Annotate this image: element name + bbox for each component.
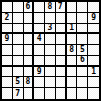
cell-r1c8[interactable] [77,2,88,13]
sudoku-board: 68729319485691587 [0,0,101,101]
cell-r8c9[interactable] [88,77,99,88]
cell-r2c9[interactable]: 9 [88,13,99,24]
cell-r1c9[interactable] [88,2,99,13]
cell-r6c2[interactable] [13,56,24,67]
cell-r1c4[interactable] [34,2,45,13]
cell-r2c5[interactable] [45,13,56,24]
cell-r9c3[interactable] [24,88,35,99]
cell-r2c2[interactable] [13,13,24,24]
cell-r5c9[interactable] [88,45,99,56]
cell-r8c7[interactable] [67,77,78,88]
cell-r4c8[interactable] [77,34,88,45]
cell-r4c1[interactable]: 9 [2,34,13,45]
cell-r4c3[interactable] [24,34,35,45]
cell-r4c5[interactable] [45,34,56,45]
cell-r3c3[interactable] [24,24,35,35]
cell-r9c4[interactable] [34,88,45,99]
cell-r6c1[interactable] [2,56,13,67]
cell-r2c8[interactable] [77,13,88,24]
cell-r3c7[interactable]: 1 [67,24,78,35]
cell-r2c6[interactable] [56,13,67,24]
cell-r9c9[interactable] [88,88,99,99]
cell-r3c4[interactable] [34,24,45,35]
cell-r7c5[interactable] [45,67,56,78]
cell-r6c9[interactable] [88,56,99,67]
cell-r2c4[interactable] [34,13,45,24]
cell-r7c7[interactable] [67,67,78,78]
cell-r1c5[interactable]: 8 [45,2,56,13]
cell-r7c8[interactable] [77,67,88,78]
cell-r8c6[interactable] [56,77,67,88]
cell-r3c2[interactable] [13,24,24,35]
cell-r5c6[interactable] [56,45,67,56]
cell-r9c2[interactable]: 7 [13,88,24,99]
cell-r3c8[interactable] [77,24,88,35]
cell-r2c1[interactable]: 2 [2,13,13,24]
cell-r7c3[interactable] [24,67,35,78]
cell-r8c4[interactable] [34,77,45,88]
cell-r3c1[interactable] [2,24,13,35]
cell-r4c2[interactable] [13,34,24,45]
cell-r8c3[interactable]: 8 [24,77,35,88]
cell-r1c7[interactable] [67,2,78,13]
cell-r5c3[interactable] [24,45,35,56]
cell-r9c8[interactable] [77,88,88,99]
cell-r1c3[interactable]: 6 [24,2,35,13]
cell-r1c2[interactable] [13,2,24,13]
cell-r3c5[interactable]: 3 [45,24,56,35]
cell-r4c7[interactable] [67,34,78,45]
cell-r4c6[interactable] [56,34,67,45]
cell-r8c5[interactable] [45,77,56,88]
cell-r9c7[interactable] [67,88,78,99]
cell-r5c2[interactable] [13,45,24,56]
cell-r5c8[interactable]: 5 [77,45,88,56]
cell-r6c6[interactable] [56,56,67,67]
cell-r5c5[interactable] [45,45,56,56]
cell-r2c3[interactable] [24,13,35,24]
cell-r9c6[interactable] [56,88,67,99]
cell-r5c7[interactable]: 8 [67,45,78,56]
cell-r7c1[interactable] [2,67,13,78]
cell-r6c4[interactable] [34,56,45,67]
cell-r8c1[interactable] [2,77,13,88]
cell-r8c8[interactable] [77,77,88,88]
cell-r4c4[interactable]: 4 [34,34,45,45]
cell-r6c5[interactable] [45,56,56,67]
cell-r2c7[interactable] [67,13,78,24]
cell-r5c4[interactable] [34,45,45,56]
cell-r1c1[interactable] [2,2,13,13]
cell-r7c2[interactable] [13,67,24,78]
cell-r7c9[interactable]: 1 [88,67,99,78]
cell-r7c4[interactable]: 9 [34,67,45,78]
cell-r3c9[interactable] [88,24,99,35]
cell-r8c2[interactable]: 5 [13,77,24,88]
cell-r3c6[interactable] [56,24,67,35]
cell-r7c6[interactable] [56,67,67,78]
cell-r1c6[interactable]: 7 [56,2,67,13]
cell-r9c1[interactable] [2,88,13,99]
cell-r5c1[interactable] [2,45,13,56]
cell-r6c7[interactable] [67,56,78,67]
cell-r4c9[interactable] [88,34,99,45]
cell-r9c5[interactable] [45,88,56,99]
cell-r6c8[interactable]: 6 [77,56,88,67]
cell-r6c3[interactable] [24,56,35,67]
